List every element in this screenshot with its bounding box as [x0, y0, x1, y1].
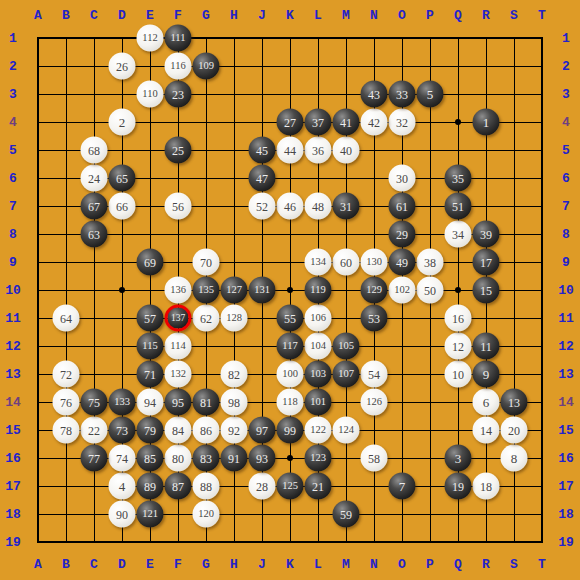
coord-label-bottom-H[interactable]: H: [230, 557, 238, 572]
stone-black-Q17: 19: [445, 473, 472, 500]
stone-white-G9: 70: [193, 249, 220, 276]
coord-label-top-L[interactable]: L: [314, 8, 322, 23]
coord-label-bottom-E[interactable]: E: [146, 557, 154, 572]
stone-black-N11: 53: [361, 305, 388, 332]
coord-label-left-9[interactable]: 9: [9, 255, 17, 270]
stone-black-E11: 57: [137, 305, 164, 332]
coord-label-bottom-T[interactable]: T: [538, 557, 546, 572]
coord-label-right-19[interactable]: 19: [558, 535, 574, 550]
stone-black-J15: 97: [249, 417, 276, 444]
coord-label-right-15[interactable]: 15: [558, 423, 574, 438]
stone-white-K7: 46: [277, 193, 304, 220]
stone-black-L4: 37: [305, 109, 332, 136]
stone-black-H16: 91: [221, 445, 248, 472]
stone-white-J17: 28: [249, 473, 276, 500]
stone-white-N9: 130: [361, 249, 388, 276]
coord-label-right-3[interactable]: 3: [562, 87, 570, 102]
stone-black-O3: 33: [389, 81, 416, 108]
stone-black-R8: 39: [473, 221, 500, 248]
stone-black-J16: 93: [249, 445, 276, 472]
stone-black-F17: 87: [165, 473, 192, 500]
stone-white-L11: 106: [305, 305, 332, 332]
stone-black-G2: 109: [193, 53, 220, 80]
coord-label-left-2[interactable]: 2: [9, 59, 17, 74]
stone-black-K4: 27: [277, 109, 304, 136]
stone-white-K5: 44: [277, 137, 304, 164]
coord-label-right-18[interactable]: 18: [558, 507, 574, 522]
stone-black-P3: 5: [417, 81, 444, 108]
stone-white-B11: 64: [53, 305, 80, 332]
coord-label-right-5[interactable]: 5: [562, 143, 570, 158]
stone-white-C15: 22: [81, 417, 108, 444]
coord-label-bottom-M[interactable]: M: [342, 557, 350, 572]
stone-black-K11: 55: [277, 305, 304, 332]
coord-label-bottom-F[interactable]: F: [174, 557, 182, 572]
stone-white-O6: 30: [389, 165, 416, 192]
coord-label-left-6[interactable]: 6: [9, 171, 17, 186]
stone-black-G10: 135: [193, 277, 220, 304]
star-point-D10: [119, 287, 125, 293]
stone-white-F15: 84: [165, 417, 192, 444]
coord-label-right-16[interactable]: 16: [558, 451, 574, 466]
stone-white-M15: 124: [333, 417, 360, 444]
stone-white-R15: 14: [473, 417, 500, 444]
stone-black-R10: 15: [473, 277, 500, 304]
coord-label-right-12[interactable]: 12: [558, 339, 574, 354]
coord-label-right-13[interactable]: 13: [558, 367, 574, 382]
stone-white-L7: 48: [305, 193, 332, 220]
coord-label-right-17[interactable]: 17: [558, 479, 574, 494]
stone-white-S16: 8: [501, 445, 528, 472]
coord-label-top-A[interactable]: A: [34, 8, 42, 23]
stone-black-N10: 129: [361, 277, 388, 304]
stone-white-L5: 36: [305, 137, 332, 164]
stone-white-C6: 24: [81, 165, 108, 192]
stone-black-L14: 101: [305, 389, 332, 416]
coord-label-right-14[interactable]: 14: [558, 395, 574, 410]
stone-white-O10: 102: [389, 277, 416, 304]
stone-white-H14: 98: [221, 389, 248, 416]
stone-white-J7: 52: [249, 193, 276, 220]
stone-white-H15: 92: [221, 417, 248, 444]
coord-label-top-N[interactable]: N: [370, 8, 378, 23]
stone-black-E15: 79: [137, 417, 164, 444]
stone-white-L9: 134: [305, 249, 332, 276]
stone-white-N4: 42: [361, 109, 388, 136]
stone-black-N3: 43: [361, 81, 388, 108]
stone-black-L17: 21: [305, 473, 332, 500]
stone-white-P9: 38: [417, 249, 444, 276]
coord-label-bottom-D[interactable]: D: [118, 557, 126, 572]
stone-black-C16: 77: [81, 445, 108, 472]
stone-black-F3: 23: [165, 81, 192, 108]
stone-white-P10: 50: [417, 277, 444, 304]
coord-label-left-14[interactable]: 14: [5, 395, 21, 410]
stone-white-R17: 18: [473, 473, 500, 500]
stone-black-O17: 7: [389, 473, 416, 500]
coord-label-right-10[interactable]: 10: [558, 283, 574, 298]
stone-white-N14: 126: [361, 389, 388, 416]
last-move-stone-black-F11: 137: [165, 305, 192, 332]
stone-white-K14: 118: [277, 389, 304, 416]
stone-black-Q7: 51: [445, 193, 472, 220]
coord-label-bottom-N[interactable]: N: [370, 557, 378, 572]
coord-label-left-17[interactable]: 17: [5, 479, 21, 494]
stone-black-F14: 95: [165, 389, 192, 416]
stone-white-M9: 60: [333, 249, 360, 276]
coord-label-top-E[interactable]: E: [146, 8, 154, 23]
coord-label-right-1[interactable]: 1: [562, 31, 570, 46]
stone-black-K17: 125: [277, 473, 304, 500]
coord-label-left-13[interactable]: 13: [5, 367, 21, 382]
star-point-K10: [287, 287, 293, 293]
coord-label-top-H[interactable]: H: [230, 8, 238, 23]
stone-white-F13: 132: [165, 361, 192, 388]
stone-black-R4: 1: [473, 109, 500, 136]
coord-label-left-1[interactable]: 1: [9, 31, 17, 46]
coord-label-bottom-Q[interactable]: Q: [454, 557, 462, 572]
coord-label-left-3[interactable]: 3: [9, 87, 17, 102]
stone-white-G11: 62: [193, 305, 220, 332]
stone-white-H11: 128: [221, 305, 248, 332]
stone-black-D6: 65: [109, 165, 136, 192]
coord-label-right-7[interactable]: 7: [562, 199, 570, 214]
coord-label-left-18[interactable]: 18: [5, 507, 21, 522]
coord-label-bottom-B[interactable]: B: [62, 557, 70, 572]
coord-label-left-16[interactable]: 16: [5, 451, 21, 466]
stone-black-L16: 123: [305, 445, 332, 472]
coord-label-top-J[interactable]: J: [258, 8, 266, 23]
coord-label-right-6[interactable]: 6: [562, 171, 570, 186]
stone-white-B14: 76: [53, 389, 80, 416]
stone-white-O4: 32: [389, 109, 416, 136]
coord-label-left-4[interactable]: 4: [9, 115, 17, 130]
stone-white-Q8: 34: [445, 221, 472, 248]
coord-label-top-P[interactable]: P: [426, 8, 434, 23]
coord-label-right-11[interactable]: 11: [558, 311, 574, 326]
coord-label-left-10[interactable]: 10: [5, 283, 21, 298]
stone-white-D18: 90: [109, 501, 136, 528]
stone-white-F7: 56: [165, 193, 192, 220]
stone-black-G16: 83: [193, 445, 220, 472]
stone-white-S15: 20: [501, 417, 528, 444]
stone-black-C14: 75: [81, 389, 108, 416]
coord-label-top-D[interactable]: D: [118, 8, 126, 23]
coord-label-top-G[interactable]: G: [202, 8, 210, 23]
coord-label-bottom-L[interactable]: L: [314, 557, 322, 572]
stone-black-Q16: 3: [445, 445, 472, 472]
stone-white-L15: 122: [305, 417, 332, 444]
stone-black-F1: 111: [165, 25, 192, 52]
stone-black-M4: 41: [333, 109, 360, 136]
stone-black-E17: 89: [137, 473, 164, 500]
stone-white-G15: 86: [193, 417, 220, 444]
stone-white-D17: 4: [109, 473, 136, 500]
stone-black-S14: 13: [501, 389, 528, 416]
stone-white-Q12: 12: [445, 333, 472, 360]
stone-white-D16: 74: [109, 445, 136, 472]
star-point-Q4: [455, 119, 461, 125]
coord-label-left-7[interactable]: 7: [9, 199, 17, 214]
stone-black-R13: 9: [473, 361, 500, 388]
stone-black-J6: 47: [249, 165, 276, 192]
stone-black-O8: 29: [389, 221, 416, 248]
coord-label-top-R[interactable]: R: [482, 8, 490, 23]
coord-label-left-15[interactable]: 15: [5, 423, 21, 438]
stone-black-O7: 61: [389, 193, 416, 220]
stone-white-N13: 54: [361, 361, 388, 388]
stone-black-C8: 63: [81, 221, 108, 248]
stone-white-D7: 66: [109, 193, 136, 220]
stone-black-L10: 119: [305, 277, 332, 304]
stone-white-D4: 2: [109, 109, 136, 136]
stone-black-D15: 73: [109, 417, 136, 444]
star-point-K16: [287, 455, 293, 461]
stone-black-H10: 127: [221, 277, 248, 304]
stone-black-D14: 133: [109, 389, 136, 416]
stone-black-R9: 17: [473, 249, 500, 276]
stone-white-E3: 110: [137, 81, 164, 108]
stone-white-F16: 80: [165, 445, 192, 472]
stone-black-K12: 117: [277, 333, 304, 360]
stone-white-N16: 58: [361, 445, 388, 472]
coord-label-top-S[interactable]: S: [510, 8, 518, 23]
stone-black-R12: 11: [473, 333, 500, 360]
coord-label-bottom-K[interactable]: K: [286, 557, 294, 572]
coord-label-left-11[interactable]: 11: [5, 311, 21, 326]
stone-white-E1: 112: [137, 25, 164, 52]
stone-white-K13: 100: [277, 361, 304, 388]
stone-white-D2: 26: [109, 53, 136, 80]
stone-white-C5: 68: [81, 137, 108, 164]
stone-white-M5: 40: [333, 137, 360, 164]
goban: AABBCCDDEEFFGGHHJJKKLLMMNNOOPPQQRRSSTT11…: [0, 0, 580, 580]
coord-label-top-T[interactable]: T: [538, 8, 546, 23]
coord-label-left-8[interactable]: 8: [9, 227, 17, 242]
coord-label-right-2[interactable]: 2: [562, 59, 570, 74]
coord-label-left-19[interactable]: 19: [5, 535, 21, 550]
stone-black-M13: 107: [333, 361, 360, 388]
stone-white-B15: 78: [53, 417, 80, 444]
coord-label-top-K[interactable]: K: [286, 8, 294, 23]
stone-white-G17: 88: [193, 473, 220, 500]
coord-label-bottom-A[interactable]: A: [34, 557, 42, 572]
coord-label-bottom-O[interactable]: O: [398, 557, 406, 572]
stone-white-R14: 6: [473, 389, 500, 416]
coord-label-bottom-G[interactable]: G: [202, 557, 210, 572]
stone-white-F2: 116: [165, 53, 192, 80]
coord-label-bottom-S[interactable]: S: [510, 557, 518, 572]
stone-black-F5: 25: [165, 137, 192, 164]
stone-white-Q11: 16: [445, 305, 472, 332]
coord-label-right-8[interactable]: 8: [562, 227, 570, 242]
coord-label-bottom-R[interactable]: R: [482, 557, 490, 572]
grid-line-vertical: [541, 37, 543, 543]
stone-white-G18: 120: [193, 501, 220, 528]
stone-black-M7: 31: [333, 193, 360, 220]
stone-black-C7: 67: [81, 193, 108, 220]
stone-black-G14: 81: [193, 389, 220, 416]
stone-black-E13: 71: [137, 361, 164, 388]
stone-black-E12: 115: [137, 333, 164, 360]
coord-label-left-5[interactable]: 5: [9, 143, 17, 158]
stone-white-H13: 82: [221, 361, 248, 388]
coord-label-top-O[interactable]: O: [398, 8, 406, 23]
stone-white-F10: 136: [165, 277, 192, 304]
stone-black-J10: 131: [249, 277, 276, 304]
stone-black-M12: 105: [333, 333, 360, 360]
stone-black-Q6: 35: [445, 165, 472, 192]
coord-label-top-F[interactable]: F: [174, 8, 182, 23]
stone-black-E18: 121: [137, 501, 164, 528]
stone-black-J5: 45: [249, 137, 276, 164]
coord-label-bottom-C[interactable]: C: [90, 557, 98, 572]
coord-label-right-4[interactable]: 4: [562, 115, 570, 130]
grid-line-horizontal: [37, 541, 543, 543]
coord-label-left-12[interactable]: 12: [5, 339, 21, 354]
stone-black-L13: 103: [305, 361, 332, 388]
stone-white-E14: 94: [137, 389, 164, 416]
stone-black-E9: 69: [137, 249, 164, 276]
stone-black-K15: 99: [277, 417, 304, 444]
stone-white-L12: 104: [305, 333, 332, 360]
coord-label-top-C[interactable]: C: [90, 8, 98, 23]
stone-white-Q13: 10: [445, 361, 472, 388]
stone-black-E16: 85: [137, 445, 164, 472]
stone-white-F12: 114: [165, 333, 192, 360]
coord-label-bottom-J[interactable]: J: [258, 557, 266, 572]
coord-label-bottom-P[interactable]: P: [426, 557, 434, 572]
star-point-Q10: [455, 287, 461, 293]
stone-black-O9: 49: [389, 249, 416, 276]
coord-label-top-B[interactable]: B: [62, 8, 70, 23]
coord-label-top-Q[interactable]: Q: [454, 8, 462, 23]
stone-black-M18: 59: [333, 501, 360, 528]
coord-label-right-9[interactable]: 9: [562, 255, 570, 270]
stone-white-B13: 72: [53, 361, 80, 388]
coord-label-top-M[interactable]: M: [342, 8, 350, 23]
